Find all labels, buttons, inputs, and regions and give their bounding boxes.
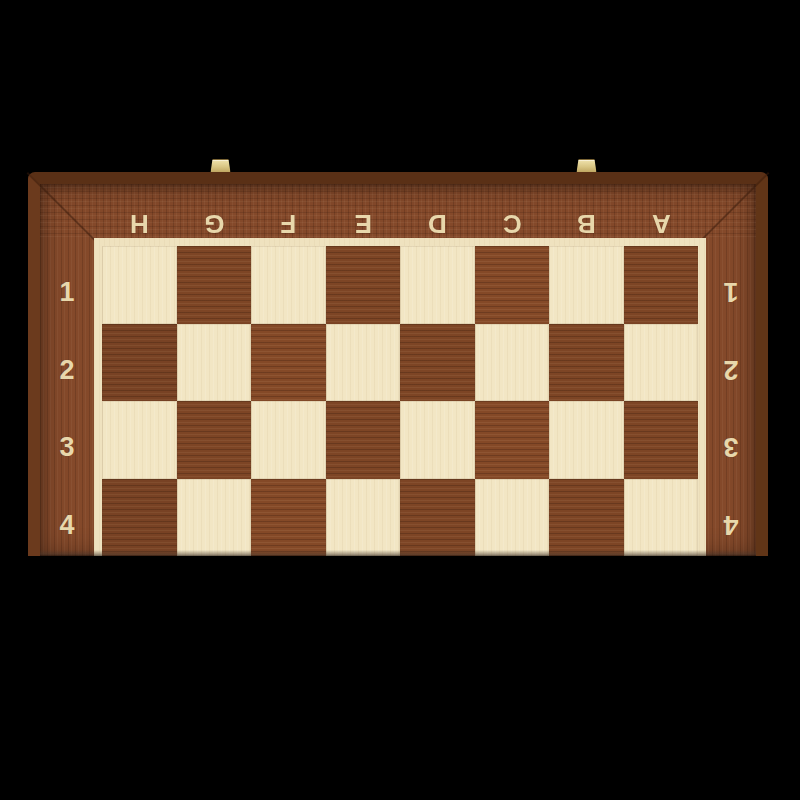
board-inner-border: [94, 238, 706, 556]
square-c4[interactable]: [475, 479, 550, 557]
square-f4[interactable]: [251, 479, 326, 557]
file-label-h: H: [102, 208, 177, 239]
square-e4[interactable]: [326, 479, 401, 557]
square-c1[interactable]: [475, 246, 550, 324]
square-h4[interactable]: [102, 479, 177, 557]
rank-label-left-3: 3: [40, 409, 94, 487]
rank-labels-right: 1234: [706, 246, 756, 556]
board-grid: [102, 246, 698, 556]
rank-labels-left: 1234: [40, 246, 94, 556]
rank-label-right-1: 1: [706, 252, 756, 330]
file-label-d: D: [400, 208, 475, 239]
file-label-b: B: [549, 208, 624, 239]
square-b3[interactable]: [549, 401, 624, 479]
square-e1[interactable]: [326, 246, 401, 324]
square-d4[interactable]: [400, 479, 475, 557]
file-label-g: G: [177, 208, 252, 239]
square-b1[interactable]: [549, 246, 624, 324]
square-h1[interactable]: [102, 246, 177, 324]
square-f2[interactable]: [251, 324, 326, 402]
square-e3[interactable]: [326, 401, 401, 479]
square-g4[interactable]: [177, 479, 252, 557]
square-d3[interactable]: [400, 401, 475, 479]
chess-board-box: HGFEDCBA 1234 1234: [28, 172, 768, 556]
file-label-f: F: [251, 208, 326, 239]
square-g2[interactable]: [177, 324, 252, 402]
square-a2[interactable]: [624, 324, 699, 402]
file-label-c: C: [475, 208, 550, 239]
square-d2[interactable]: [400, 324, 475, 402]
square-f1[interactable]: [251, 246, 326, 324]
square-h3[interactable]: [102, 401, 177, 479]
rank-label-left-1: 1: [40, 254, 94, 332]
file-label-a: A: [624, 208, 699, 239]
square-b4[interactable]: [549, 479, 624, 557]
square-e2[interactable]: [326, 324, 401, 402]
rank-label-left-2: 2: [40, 332, 94, 410]
square-a4[interactable]: [624, 479, 699, 557]
square-d1[interactable]: [400, 246, 475, 324]
fold-edge: [40, 550, 756, 556]
square-a3[interactable]: [624, 401, 699, 479]
file-labels-row: HGFEDCBA: [102, 206, 698, 240]
square-c3[interactable]: [475, 401, 550, 479]
square-h2[interactable]: [102, 324, 177, 402]
square-b2[interactable]: [549, 324, 624, 402]
square-a1[interactable]: [624, 246, 699, 324]
photo-background: { "game": "chess", "scene_description": …: [0, 0, 800, 800]
square-g1[interactable]: [177, 246, 252, 324]
square-f3[interactable]: [251, 401, 326, 479]
square-g3[interactable]: [177, 401, 252, 479]
rank-label-right-2: 2: [706, 330, 756, 408]
file-label-e: E: [326, 208, 401, 239]
rank-label-right-3: 3: [706, 407, 756, 485]
square-c2[interactable]: [475, 324, 550, 402]
